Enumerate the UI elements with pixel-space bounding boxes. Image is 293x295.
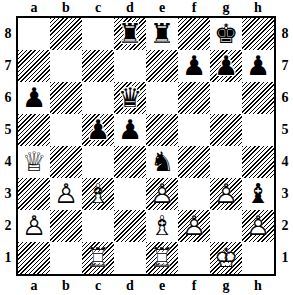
square-f5[interactable] [178,114,210,146]
file-labels-bottom: abcdefgh [18,278,274,295]
file-label-c: c [82,278,114,295]
square-a8[interactable] [18,18,50,50]
piece-outline-layer: ♙ [18,210,50,242]
square-a3[interactable] [18,178,50,210]
white-pawn[interactable]: ♟♙ [50,178,82,210]
piece-glyph: ♜ [114,18,146,50]
square-d1[interactable] [114,242,146,274]
file-label-f: f [178,0,210,16]
square-f1[interactable] [178,242,210,274]
square-d6[interactable]: ♛ [114,82,146,114]
square-a1[interactable] [18,242,50,274]
square-b3[interactable]: ♟♙ [50,178,82,210]
square-h5[interactable] [242,114,274,146]
white-bishop[interactable]: ♝♗ [146,210,178,242]
piece-glyph: ♝ [242,178,274,210]
square-b2[interactable] [50,210,82,242]
black-rook[interactable]: ♜ [114,18,146,50]
rank-label-5: 5 [277,114,293,146]
square-d8[interactable]: ♜ [114,18,146,50]
piece-outline-layer: ♖ [146,242,178,274]
file-label-d: d [114,278,146,295]
rank-label-6: 6 [0,82,16,114]
rank-label-5: 5 [0,114,16,146]
rank-label-3: 3 [0,178,16,210]
square-c1[interactable]: ♜♖ [82,242,114,274]
white-king[interactable]: ♚♔ [210,242,242,274]
piece-outline-layer: ♕ [18,146,50,178]
square-f4[interactable] [178,146,210,178]
square-g6[interactable] [210,82,242,114]
black-pawn[interactable]: ♟ [210,50,242,82]
piece-glyph: ♚ [210,18,242,50]
square-f8[interactable] [178,18,210,50]
square-e5[interactable] [146,114,178,146]
square-b4[interactable] [50,146,82,178]
square-c4[interactable] [82,146,114,178]
square-e7[interactable] [146,50,178,82]
piece-glyph: ♜ [146,18,178,50]
white-pawn[interactable]: ♟♙ [146,178,178,210]
square-g2[interactable] [210,210,242,242]
square-d4[interactable] [114,146,146,178]
square-h6[interactable] [242,82,274,114]
file-label-f: f [178,278,210,295]
rank-label-8: 8 [277,18,293,50]
square-a2[interactable]: ♟♙ [18,210,50,242]
square-g5[interactable] [210,114,242,146]
square-h4[interactable] [242,146,274,178]
piece-glyph: ♛ [114,82,146,114]
white-bishop[interactable]: ♝♗ [82,178,114,210]
square-c8[interactable] [82,18,114,50]
piece-outline-layer: ♙ [178,210,210,242]
square-d5[interactable]: ♟ [114,114,146,146]
square-h8[interactable] [242,18,274,50]
square-a5[interactable] [18,114,50,146]
square-g8[interactable]: ♚ [210,18,242,50]
piece-outline-layer: ♙ [242,210,274,242]
file-label-e: e [146,0,178,16]
square-b5[interactable] [50,114,82,146]
file-label-h: h [242,278,274,295]
file-label-h: h [242,0,274,16]
square-d2[interactable] [114,210,146,242]
black-pawn[interactable]: ♟ [242,50,274,82]
rank-labels-left: 87654321 [0,18,16,274]
square-h3[interactable]: ♝ [242,178,274,210]
piece-outline-layer: ♙ [210,178,242,210]
piece-glyph: ♞ [146,146,178,178]
square-c5[interactable]: ♟ [82,114,114,146]
file-label-b: b [50,278,82,295]
piece-outline-layer: ♙ [50,178,82,210]
white-pawn[interactable]: ♟♙ [210,178,242,210]
square-a7[interactable] [18,50,50,82]
black-pawn[interactable]: ♟ [114,114,146,146]
piece-glyph: ♟ [114,114,146,146]
rank-labels-right: 87654321 [277,18,293,274]
white-pawn[interactable]: ♟♙ [242,210,274,242]
square-c6[interactable] [82,82,114,114]
piece-glyph: ♟ [18,82,50,114]
black-king[interactable]: ♚ [210,18,242,50]
file-label-c: c [82,0,114,16]
square-b1[interactable] [50,242,82,274]
white-pawn[interactable]: ♟♙ [178,210,210,242]
file-label-e: e [146,278,178,295]
square-c3[interactable]: ♝♗ [82,178,114,210]
square-c2[interactable] [82,210,114,242]
square-e8[interactable]: ♜ [146,18,178,50]
piece-glyph: ♟ [242,50,274,82]
file-labels-top: abcdefgh [18,0,274,16]
black-pawn[interactable]: ♟ [18,82,50,114]
white-rook[interactable]: ♜♖ [146,242,178,274]
file-label-a: a [18,278,50,295]
piece-outline-layer: ♖ [82,242,114,274]
white-pawn[interactable]: ♟♙ [18,210,50,242]
file-label-b: b [50,0,82,16]
white-rook[interactable]: ♜♖ [82,242,114,274]
square-f2[interactable]: ♟♙ [178,210,210,242]
rank-label-8: 8 [0,18,16,50]
piece-glyph: ♟ [82,114,114,146]
chess-board: ♜♜♚♟♟♟♟♛♟♟♛♕♞♟♙♝♗♟♙♟♙♝♟♙♝♗♟♙♟♙♜♖♜♖♚♔ [16,16,276,276]
square-b7[interactable] [50,50,82,82]
rank-label-4: 4 [277,146,293,178]
black-bishop[interactable]: ♝ [242,178,274,210]
rank-label-4: 4 [0,146,16,178]
square-h1[interactable] [242,242,274,274]
black-pawn[interactable]: ♟ [82,114,114,146]
square-d3[interactable] [114,178,146,210]
black-rook[interactable]: ♜ [146,18,178,50]
square-b6[interactable] [50,82,82,114]
file-label-g: g [210,278,242,295]
square-a4[interactable]: ♛♕ [18,146,50,178]
piece-outline-layer: ♗ [146,210,178,242]
square-e6[interactable] [146,82,178,114]
file-label-g: g [210,0,242,16]
piece-outline-layer: ♗ [82,178,114,210]
chess-diagram: abcdefgh 87654321 ♜♜♚♟♟♟♟♛♟♟♛♕♞♟♙♝♗♟♙♟♙♝… [0,0,293,295]
square-d7[interactable] [114,50,146,82]
square-h7[interactable]: ♟ [242,50,274,82]
file-label-d: d [114,0,146,16]
piece-glyph: ♟ [178,50,210,82]
square-f6[interactable] [178,82,210,114]
black-pawn[interactable]: ♟ [178,50,210,82]
rank-label-2: 2 [0,210,16,242]
square-e2[interactable]: ♝♗ [146,210,178,242]
piece-glyph: ♟ [210,50,242,82]
rank-label-1: 1 [0,242,16,274]
square-g3[interactable]: ♟♙ [210,178,242,210]
square-h2[interactable]: ♟♙ [242,210,274,242]
square-e3[interactable]: ♟♙ [146,178,178,210]
square-e1[interactable]: ♜♖ [146,242,178,274]
piece-outline-layer: ♔ [210,242,242,274]
square-g7[interactable]: ♟ [210,50,242,82]
white-queen[interactable]: ♛♕ [18,146,50,178]
square-e4[interactable]: ♞ [146,146,178,178]
rank-label-2: 2 [277,210,293,242]
square-f7[interactable]: ♟ [178,50,210,82]
black-queen[interactable]: ♛ [114,82,146,114]
square-g1[interactable]: ♚♔ [210,242,242,274]
square-c7[interactable] [82,50,114,82]
square-f3[interactable] [178,178,210,210]
square-b8[interactable] [50,18,82,50]
square-a6[interactable]: ♟ [18,82,50,114]
file-label-a: a [18,0,50,16]
rank-label-7: 7 [0,50,16,82]
rank-label-3: 3 [277,178,293,210]
rank-label-6: 6 [277,82,293,114]
piece-outline-layer: ♙ [146,178,178,210]
black-knight[interactable]: ♞ [146,146,178,178]
rank-label-7: 7 [277,50,293,82]
square-g4[interactable] [210,146,242,178]
rank-label-1: 1 [277,242,293,274]
